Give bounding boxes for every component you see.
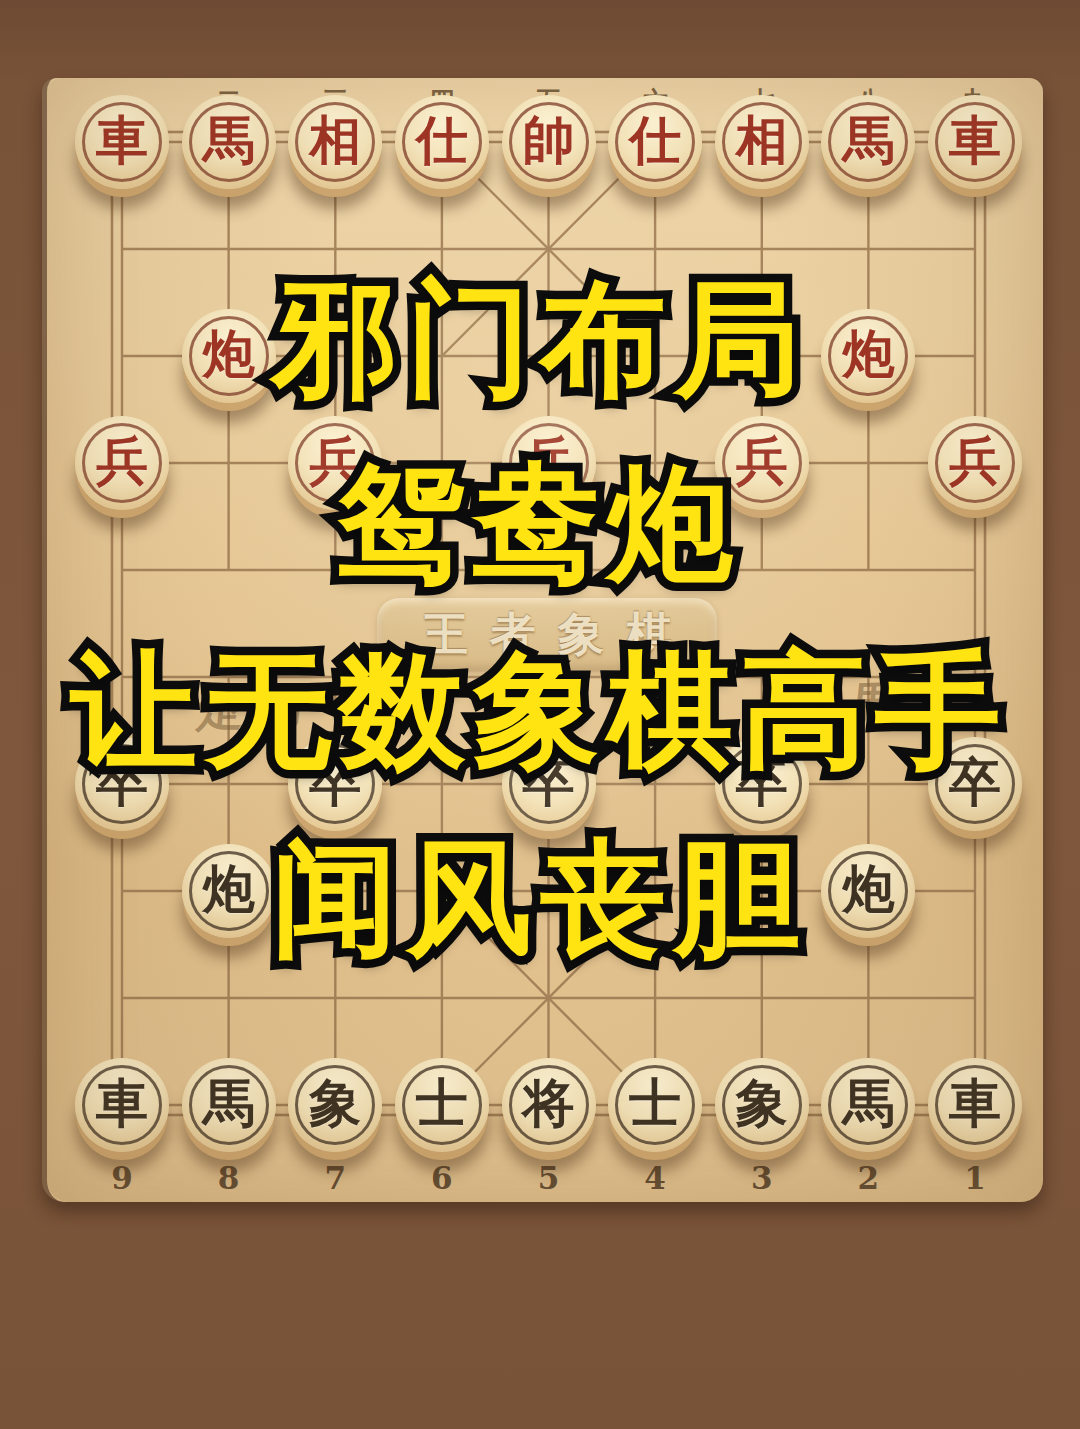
piece-glyph: 車 [949,114,1001,166]
black-piece-車-r9c8[interactable]: 車 [928,1058,1022,1152]
red-piece-馬-r0c7[interactable]: 馬 [821,95,915,189]
file-label-bottom-9: 9 [82,1160,162,1196]
piece-glyph: 馬 [203,114,255,166]
black-piece-象-r9c6[interactable]: 象 [715,1058,809,1152]
piece-glyph: 士 [629,1077,681,1129]
red-piece-仕-r0c5[interactable]: 仕 [608,95,702,189]
piece-glyph: 車 [96,114,148,166]
piece-glyph: 将 [523,1077,575,1129]
red-piece-相-r0c6[interactable]: 相 [715,95,809,189]
file-label-bottom-4: 4 [615,1160,695,1196]
file-label-bottom-1: 1 [935,1160,1015,1196]
black-piece-象-r9c2[interactable]: 象 [288,1058,382,1152]
video-frame: 楚河 汉界 王者象棋 一二三四五六七八九 987654321 車馬相仕帥仕相馬車… [0,0,1080,1429]
file-label-bottom-5: 5 [509,1160,589,1196]
black-piece-士-r9c3[interactable]: 士 [395,1058,489,1152]
piece-glyph: 象 [736,1077,788,1129]
piece-glyph: 仕 [629,114,681,166]
black-piece-将-r9c4[interactable]: 将 [502,1058,596,1152]
piece-glyph: 帥 [523,114,575,166]
caption-line-1: 邪门布局 [0,277,1080,403]
caption-line-3: 让无数象棋高手 [0,648,1080,774]
piece-glyph: 相 [309,114,361,166]
file-label-bottom-7: 7 [295,1160,375,1196]
red-piece-車-r0c8[interactable]: 車 [928,95,1022,189]
black-piece-車-r9c0[interactable]: 車 [75,1058,169,1152]
red-piece-相-r0c2[interactable]: 相 [288,95,382,189]
piece-glyph: 象 [309,1077,361,1129]
piece-glyph: 相 [736,114,788,166]
black-piece-士-r9c5[interactable]: 士 [608,1058,702,1152]
red-piece-馬-r0c1[interactable]: 馬 [182,95,276,189]
file-label-bottom-6: 6 [402,1160,482,1196]
black-piece-馬-r9c7[interactable]: 馬 [821,1058,915,1152]
piece-glyph: 馬 [842,1077,894,1129]
caption-line-2: 鸳鸯炮 [0,461,1080,587]
file-label-bottom-2: 2 [828,1160,908,1196]
caption-line-4: 闻风丧胆 [0,836,1080,962]
piece-glyph: 馬 [842,114,894,166]
black-piece-馬-r9c1[interactable]: 馬 [182,1058,276,1152]
piece-glyph: 仕 [416,114,468,166]
file-label-bottom-8: 8 [189,1160,269,1196]
piece-glyph: 車 [96,1077,148,1129]
red-piece-仕-r0c3[interactable]: 仕 [395,95,489,189]
piece-glyph: 士 [416,1077,468,1129]
file-label-bottom-3: 3 [722,1160,802,1196]
red-piece-帥-r0c4[interactable]: 帥 [502,95,596,189]
piece-glyph: 馬 [203,1077,255,1129]
piece-glyph: 車 [949,1077,1001,1129]
red-piece-車-r0c0[interactable]: 車 [75,95,169,189]
